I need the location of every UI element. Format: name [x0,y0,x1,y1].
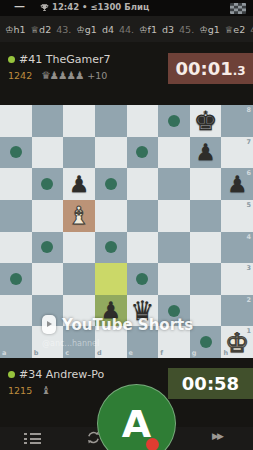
square-b8[interactable] [32,105,64,137]
chess-app-screen: — 12:42 • ≤1300 Блиц ♔h1♕d243.♔g1d444.♔f… [0,0,253,450]
captured-queen-icon: ♛ [41,69,49,81]
rank-label: 6 [246,169,251,177]
square-b6[interactable] [32,168,64,200]
material-advantage: +10 [87,70,107,81]
rank-label: 4 [246,233,251,241]
file-label: e [129,349,133,357]
square-c8[interactable] [63,105,95,137]
square-a1[interactable]: a [0,326,32,358]
player-row-top: #41 TheGamer7 1242 ♛♟♟♟♟ +10 00:01.3 [0,47,253,91]
separator-dot: • [82,2,87,12]
square-f7[interactable] [158,137,190,169]
captured-pawn-icon: ♟ [66,69,74,81]
captured-pawn-icon: ♟ [75,69,83,81]
rank-label: 5 [246,201,251,209]
file-label: a [2,349,6,357]
clock-top: 00:01.3 [168,53,253,84]
square-f4[interactable] [158,232,190,264]
square-b7[interactable] [32,137,64,169]
tournament-name: ≤1300 Блиц [91,2,150,12]
move-token[interactable]: ♔f1 [139,24,157,35]
file-label: b [34,349,39,357]
square-a2[interactable] [0,295,32,327]
avatar-letter: A [122,402,151,446]
square-c3[interactable] [63,263,95,295]
square-a5[interactable] [0,200,32,232]
square-h5[interactable]: 5 [221,200,253,232]
square-g4[interactable] [190,232,222,264]
square-g8[interactable]: ♚ [190,105,222,137]
captured-pieces-top: ♛♟♟♟♟ [41,69,83,81]
square-c4[interactable] [63,232,95,264]
minimize-dash: — [14,0,25,13]
piece-black-pawn[interactable]: ♟ [63,168,95,200]
youtube-shorts-wordmark: YouTube Shorts [62,316,193,334]
square-a6[interactable] [0,168,32,200]
online-dot [8,371,15,378]
square-g3[interactable] [190,263,222,295]
recording-dot [146,438,159,450]
clock-top-tenths: .3 [233,64,246,78]
move-list[interactable]: ♔h1♕d243.♔g1d444.♔f1d345.♔g1♕e246.♔h1d2 [0,16,253,42]
square-e6[interactable] [127,168,159,200]
move-token[interactable]: 43. [56,24,71,35]
menu-list-icon[interactable] [24,433,41,447]
square-g6[interactable] [190,168,222,200]
legal-move-dot[interactable] [168,115,180,127]
channel-handle: @anc...hannel [42,339,99,348]
legal-move-dot[interactable] [41,178,53,190]
square-b3[interactable] [32,263,64,295]
square-e8[interactable] [127,105,159,137]
square-g7[interactable]: ♟ [190,137,222,169]
square-h6[interactable]: ♟6 [221,168,253,200]
move-token[interactable]: ♕e2 [225,24,245,35]
piece-black-king[interactable]: ♚ [190,105,222,137]
clock-bottom: 00:58 [168,368,253,399]
tournament-status: 12:42 • ≤1300 Блиц [40,2,149,12]
square-f8[interactable] [158,105,190,137]
move-token[interactable]: 46. [250,24,253,35]
piece-black-pawn[interactable]: ♟ [190,137,222,169]
rank-label: 8 [246,106,251,114]
square-h7[interactable]: 7 [221,137,253,169]
square-c5[interactable]: ♝ [63,200,95,232]
square-a7[interactable] [0,137,32,169]
square-a8[interactable] [0,105,32,137]
player-name-bottom[interactable]: #34 Andrew-Po [19,368,104,381]
move-token[interactable]: d3 [162,24,174,35]
legal-move-dot[interactable] [136,146,148,158]
move-token[interactable]: ♔h1 [5,24,26,35]
move-token[interactable]: 44. [119,24,134,35]
square-g2[interactable] [190,295,222,327]
square-c7[interactable] [63,137,95,169]
square-g1[interactable]: g [190,326,222,358]
square-f5[interactable] [158,200,190,232]
square-g5[interactable] [190,200,222,232]
square-e5[interactable] [127,200,159,232]
square-h8[interactable]: 8 [221,105,253,137]
clock-bottom-main: 00:58 [182,373,239,394]
file-label: c [65,349,69,357]
fast-forward-icon[interactable]: ▶▶ [212,431,222,441]
file-label: d [97,349,102,357]
move-token[interactable]: d4 [102,24,114,35]
legal-move-dot[interactable] [10,273,22,285]
square-f6[interactable] [158,168,190,200]
file-label: h [223,349,228,357]
legal-move-dot[interactable] [105,178,117,190]
legal-move-dot[interactable] [200,336,212,348]
square-d8[interactable] [95,105,127,137]
square-e3[interactable] [127,263,159,295]
square-h4[interactable]: 4 [221,232,253,264]
move-token[interactable]: ♔g1 [76,24,97,35]
player-info-bottom: #34 Andrew-Po 1215 ♝ [8,368,104,396]
square-d7[interactable] [95,137,127,169]
player-info-top: #41 TheGamer7 1242 ♛♟♟♟♟ +10 [8,53,110,81]
file-label: f [160,349,163,357]
trophy-icon [40,3,49,12]
square-d5[interactable] [95,200,127,232]
watermark: YouTube Shorts [42,315,193,334]
file-label: g [192,349,197,357]
square-a4[interactable] [0,232,32,264]
square-h2[interactable]: 2 [221,295,253,327]
rank-label: 3 [246,264,251,272]
square-c6[interactable]: ♟ [63,168,95,200]
player-rating-top: 1242 [8,70,32,81]
move-token[interactable]: 45. [179,24,194,35]
captured-bishop-icon: ♝ [41,384,49,396]
tournament-clock: 12:42 [52,2,79,12]
legal-move-dot[interactable] [105,241,117,253]
rank-label: 2 [246,296,251,304]
square-d3[interactable] [95,263,127,295]
move-token[interactable]: ♔g1 [199,24,220,35]
piece-white-bishop[interactable]: ♝ [63,200,95,232]
square-e7[interactable] [127,137,159,169]
square-b4[interactable] [32,232,64,264]
player-rating-bottom: 1215 [8,385,32,396]
square-f3[interactable] [158,263,190,295]
captured-pieces-bottom: ♝ [41,384,49,396]
rank-label: 7 [246,138,251,146]
legal-move-dot[interactable] [10,146,22,158]
youtube-shorts-icon [42,315,56,334]
player-name-top[interactable]: #41 TheGamer7 [19,53,110,66]
rank-label: 1 [246,327,251,335]
square-b5[interactable] [32,200,64,232]
square-e4[interactable] [127,232,159,264]
square-h1[interactable]: ♚1h [221,326,253,358]
captured-pawn-icon: ♟ [50,69,58,81]
square-a3[interactable] [0,263,32,295]
legal-move-dot[interactable] [41,241,53,253]
square-d4[interactable] [95,232,127,264]
status-bar: — 12:42 • ≤1300 Блиц [0,0,253,16]
online-dot [8,56,15,63]
square-d6[interactable] [95,168,127,200]
square-h3[interactable]: 3 [221,263,253,295]
legal-move-dot[interactable] [136,273,148,285]
clock-top-main: 00:01 [175,58,232,79]
board-thumbnail-icon[interactable] [230,3,246,14]
move-token[interactable]: ♕d2 [31,24,52,35]
